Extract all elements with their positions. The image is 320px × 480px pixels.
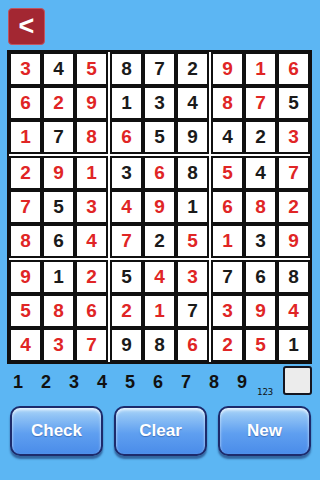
cell-r8c5[interactable]: 1 [143,294,176,328]
sudoku-box-2: 872134659 [110,52,209,154]
palette-digit-6[interactable]: 6 [144,368,172,396]
cell-r9c2[interactable]: 3 [42,328,75,362]
cell-r1c8[interactable]: 1 [244,52,277,86]
cell-r7c7[interactable]: 7 [211,260,244,294]
cell-r3c6[interactable]: 9 [176,120,209,154]
cell-r3c8[interactable]: 2 [244,120,277,154]
digit-palette: 123456789 [4,368,256,396]
cell-r5c2[interactable]: 5 [42,190,75,224]
cell-r6c9[interactable]: 9 [277,224,310,258]
sudoku-box-4: 291753864 [9,156,108,258]
selected-number-box[interactable] [283,366,312,395]
cell-r6c2[interactable]: 6 [42,224,75,258]
cell-r3c7[interactable]: 4 [211,120,244,154]
back-icon: < [19,13,35,40]
back-button[interactable]: < [8,8,45,45]
cell-r5c1[interactable]: 7 [9,190,42,224]
cell-r1c9[interactable]: 6 [277,52,310,86]
cell-r3c1[interactable]: 1 [9,120,42,154]
palette-digit-7[interactable]: 7 [172,368,200,396]
cell-r6c3[interactable]: 4 [75,224,108,258]
cell-r4c4[interactable]: 3 [110,156,143,190]
palette-digit-9[interactable]: 9 [228,368,256,396]
cell-r9c5[interactable]: 8 [143,328,176,362]
clear-button-label: Clear [139,421,182,441]
cell-r1c5[interactable]: 7 [143,52,176,86]
sudoku-box-1: 345629178 [9,52,108,154]
cell-r2c5[interactable]: 3 [143,86,176,120]
sudoku-box-9: 768394251 [211,260,310,362]
cell-r2c8[interactable]: 7 [244,86,277,120]
cell-r6c4[interactable]: 7 [110,224,143,258]
cell-r8c3[interactable]: 6 [75,294,108,328]
palette-digit-5[interactable]: 5 [116,368,144,396]
cell-r9c8[interactable]: 5 [244,328,277,362]
cell-r4c7[interactable]: 5 [211,156,244,190]
cell-r8c9[interactable]: 4 [277,294,310,328]
new-button-label: New [247,421,282,441]
cell-r9c4[interactable]: 9 [110,328,143,362]
mini-legend-line: 123 [257,387,273,397]
sudoku-box-6: 547682139 [211,156,310,258]
palette-digit-1[interactable]: 1 [4,368,32,396]
sudoku-box-8: 543217986 [110,260,209,362]
cell-r4c3[interactable]: 1 [75,156,108,190]
cell-r7c5[interactable]: 4 [143,260,176,294]
sudoku-app: { "game": "sudoku", "position": "3458729… [0,0,320,480]
check-button[interactable]: Check [10,406,103,456]
cell-r1c1[interactable]: 3 [9,52,42,86]
palette-digit-4[interactable]: 4 [88,368,116,396]
sudoku-box-3: 916875423 [211,52,310,154]
sudoku-box-7: 912586437 [9,260,108,362]
cell-r4c9[interactable]: 7 [277,156,310,190]
cell-r8c7[interactable]: 3 [211,294,244,328]
cell-r1c4[interactable]: 8 [110,52,143,86]
cell-r5c4[interactable]: 4 [110,190,143,224]
cell-r2c3[interactable]: 9 [75,86,108,120]
palette-digit-8[interactable]: 8 [200,368,228,396]
cell-r6c5[interactable]: 2 [143,224,176,258]
cell-r4c6[interactable]: 8 [176,156,209,190]
cell-r1c6[interactable]: 2 [176,52,209,86]
cell-r7c3[interactable]: 2 [75,260,108,294]
cell-r2c1[interactable]: 6 [9,86,42,120]
cell-r4c5[interactable]: 6 [143,156,176,190]
cell-r6c8[interactable]: 3 [244,224,277,258]
cell-r4c2[interactable]: 9 [42,156,75,190]
cell-r9c7[interactable]: 2 [211,328,244,362]
new-button[interactable]: New [218,406,311,456]
cell-r4c8[interactable]: 4 [244,156,277,190]
cell-r7c6[interactable]: 3 [176,260,209,294]
cell-r1c3[interactable]: 5 [75,52,108,86]
cell-r8c2[interactable]: 8 [42,294,75,328]
cell-r6c1[interactable]: 8 [9,224,42,258]
clear-button[interactable]: Clear [114,406,207,456]
sudoku-box-5: 368491725 [110,156,209,258]
cell-r3c2[interactable]: 7 [42,120,75,154]
cell-r9c1[interactable]: 4 [9,328,42,362]
cell-r3c9[interactable]: 3 [277,120,310,154]
cell-r8c8[interactable]: 9 [244,294,277,328]
check-button-label: Check [31,421,82,441]
cell-r8c1[interactable]: 5 [9,294,42,328]
cell-r8c6[interactable]: 7 [176,294,209,328]
cell-r6c7[interactable]: 1 [211,224,244,258]
cell-r3c3[interactable]: 8 [75,120,108,154]
cell-r5c3[interactable]: 3 [75,190,108,224]
cell-r9c9[interactable]: 1 [277,328,310,362]
cell-r5c7[interactable]: 6 [211,190,244,224]
cell-r2c4[interactable]: 1 [110,86,143,120]
cell-r9c6[interactable]: 6 [176,328,209,362]
cell-r4c1[interactable]: 2 [9,156,42,190]
cell-r9c3[interactable]: 7 [75,328,108,362]
cell-r2c6[interactable]: 4 [176,86,209,120]
sudoku-grid: 3456291788721346599168754232917538643684… [7,50,312,364]
cell-r3c4[interactable]: 6 [110,120,143,154]
cell-r7c1[interactable]: 9 [9,260,42,294]
cell-r5c5[interactable]: 9 [143,190,176,224]
cell-r2c2[interactable]: 2 [42,86,75,120]
cell-r7c2[interactable]: 1 [42,260,75,294]
cell-r3c5[interactable]: 5 [143,120,176,154]
cell-r2c9[interactable]: 5 [277,86,310,120]
cell-r5c8[interactable]: 8 [244,190,277,224]
cell-r5c9[interactable]: 2 [277,190,310,224]
cell-r7c8[interactable]: 6 [244,260,277,294]
cell-r7c9[interactable]: 8 [277,260,310,294]
cell-r1c7[interactable]: 9 [211,52,244,86]
cell-r5c6[interactable]: 1 [176,190,209,224]
palette-digit-3[interactable]: 3 [60,368,88,396]
cell-r1c2[interactable]: 4 [42,52,75,86]
cell-r2c7[interactable]: 8 [211,86,244,120]
cell-r8c4[interactable]: 2 [110,294,143,328]
cell-r7c4[interactable]: 5 [110,260,143,294]
palette-digit-2[interactable]: 2 [32,368,60,396]
cell-r6c6[interactable]: 5 [176,224,209,258]
